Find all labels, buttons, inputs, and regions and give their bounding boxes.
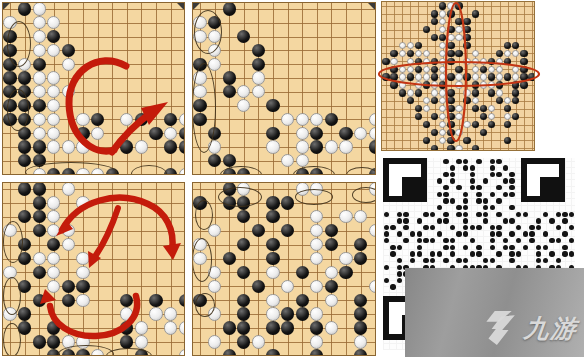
- white-stone: [47, 210, 60, 223]
- qr-module: [470, 238, 475, 243]
- white-stone: [47, 85, 60, 98]
- white-stone: [310, 335, 323, 348]
- qr-module: [523, 212, 528, 217]
- qr-module: [443, 245, 448, 250]
- black-stone: [431, 34, 438, 41]
- white-stone: [237, 85, 250, 98]
- black-stone: [431, 66, 438, 73]
- black-stone: [447, 89, 454, 96]
- black-stone: [439, 2, 446, 9]
- grid-line: [98, 3, 99, 174]
- white-stone: [179, 113, 186, 126]
- qr-module: [423, 225, 428, 230]
- black-stone: [281, 224, 294, 237]
- qr-module: [450, 172, 455, 177]
- black-stone: [47, 335, 60, 348]
- white-stone: [47, 99, 60, 112]
- qr-module: [496, 185, 501, 190]
- white-stone: [439, 121, 446, 128]
- go-board-quadrant-bottom-right: [192, 182, 376, 356]
- black-stone: [496, 97, 503, 104]
- watermark-band: 九游: [405, 268, 584, 357]
- group-ellipse-annotation: [218, 187, 262, 207]
- black-stone: [223, 85, 236, 98]
- black-stone: [439, 81, 446, 88]
- qr-module: [450, 238, 455, 243]
- white-stone: [431, 89, 438, 96]
- white-stone: [47, 127, 60, 140]
- black-stone: [455, 2, 462, 9]
- white-stone: [455, 145, 462, 151]
- black-stone: [91, 113, 104, 126]
- black-stone: [431, 113, 438, 120]
- qr-module: [397, 245, 402, 250]
- black-stone: [472, 10, 479, 17]
- black-stone: [339, 266, 352, 279]
- black-stone: [455, 50, 462, 57]
- white-stone: [47, 113, 60, 126]
- white-stone: [135, 140, 148, 153]
- qr-module: [556, 212, 561, 217]
- qr-module: [463, 212, 468, 217]
- grid-line: [193, 92, 375, 93]
- black-stone: [33, 99, 46, 112]
- white-stone: [310, 210, 323, 223]
- qr-module: [509, 218, 514, 223]
- black-stone: [354, 252, 367, 265]
- white-stone: [439, 18, 446, 25]
- white-stone: [455, 113, 462, 120]
- black-stone: [390, 66, 397, 73]
- qr-module: [463, 159, 468, 164]
- black-stone: [504, 137, 511, 144]
- black-stone: [237, 266, 250, 279]
- black-stone: [149, 127, 162, 140]
- white-stone: [208, 335, 221, 348]
- qr-module: [503, 218, 508, 223]
- black-stone: [325, 113, 338, 126]
- qr-module: [490, 245, 495, 250]
- black-stone: [120, 335, 133, 348]
- qr-module: [470, 165, 475, 170]
- group-ellipse-annotation: [7, 89, 29, 131]
- qr-module: [437, 192, 442, 197]
- qr-module: [463, 258, 468, 263]
- white-stone: [252, 71, 265, 84]
- black-stone: [18, 154, 31, 167]
- white-stone: [415, 73, 422, 80]
- white-stone: [488, 105, 495, 112]
- group-ellipse-annotation: [352, 187, 376, 203]
- qr-module: [463, 198, 468, 203]
- black-stone: [407, 50, 414, 57]
- group-ellipse-annotation: [192, 238, 212, 282]
- white-stone: [33, 16, 46, 29]
- white-stone: [76, 140, 89, 153]
- qr-module: [543, 245, 548, 250]
- black-stone: [488, 73, 495, 80]
- nine-game-logo-icon: [479, 309, 519, 347]
- white-stone: [47, 224, 60, 237]
- white-stone: [455, 129, 462, 136]
- black-stone: [252, 44, 265, 57]
- go-board-quadrant-top-right: [192, 2, 376, 175]
- group-ellipse-annotation: [131, 165, 167, 175]
- white-stone: [91, 127, 104, 140]
- qr-module: [536, 245, 541, 250]
- white-stone: [120, 307, 133, 320]
- qr-module: [443, 185, 448, 190]
- qr-module: [509, 245, 514, 250]
- black-stone: [179, 140, 186, 153]
- black-stone: [164, 113, 177, 126]
- black-stone: [18, 2, 31, 15]
- qr-module: [443, 159, 448, 164]
- qr-module: [443, 258, 448, 263]
- qr-module: [490, 205, 495, 210]
- qr-module: [549, 238, 554, 243]
- black-stone: [431, 18, 438, 25]
- qr-module: [463, 231, 468, 236]
- group-ellipse-annotation: [195, 200, 213, 230]
- black-stone: [480, 105, 487, 112]
- qr-module: [397, 212, 402, 217]
- grid-line: [112, 183, 113, 355]
- qr-module: [476, 245, 481, 250]
- black-stone: [488, 89, 495, 96]
- grid-line: [3, 342, 184, 343]
- qr-module: [403, 212, 408, 217]
- white-stone: [455, 73, 462, 80]
- white-stone: [399, 50, 406, 57]
- black-stone: [504, 121, 511, 128]
- white-stone: [447, 2, 454, 9]
- black-stone: [310, 349, 323, 356]
- black-stone: [33, 182, 46, 195]
- qr-module: [503, 192, 508, 197]
- black-stone: [520, 66, 527, 73]
- qr-module: [556, 258, 561, 263]
- white-stone: [76, 252, 89, 265]
- white-stone: [407, 66, 414, 73]
- black-stone: [447, 26, 454, 33]
- white-stone: [439, 50, 446, 57]
- white-stone: [339, 252, 352, 265]
- black-stone: [382, 73, 389, 80]
- black-stone: [296, 294, 309, 307]
- white-stone: [480, 81, 487, 88]
- qr-module: [450, 165, 455, 170]
- black-stone: [423, 26, 430, 33]
- grid-line: [156, 183, 157, 355]
- grid-line: [98, 183, 99, 355]
- white-stone: [47, 266, 60, 279]
- go-board-quadrant-bottom-left: [2, 182, 185, 356]
- white-stone: [512, 73, 519, 80]
- group-ellipse-annotation: [293, 166, 335, 175]
- black-stone: [266, 127, 279, 140]
- black-stone: [237, 335, 250, 348]
- black-stone: [266, 252, 279, 265]
- black-stone: [33, 196, 46, 209]
- black-stone: [325, 238, 338, 251]
- group-ellipse-annotation: [3, 277, 21, 315]
- qr-module: [516, 225, 521, 230]
- qr-module: [430, 238, 435, 243]
- grid-line: [156, 3, 157, 174]
- qr-module: [470, 172, 475, 177]
- black-stone: [266, 99, 279, 112]
- black-stone: [463, 18, 470, 25]
- black-stone: [512, 89, 519, 96]
- white-stone: [266, 294, 279, 307]
- black-stone: [520, 58, 527, 65]
- white-stone: [407, 89, 414, 96]
- qr-module: [509, 258, 514, 263]
- grid-line: [193, 78, 375, 79]
- black-stone: [18, 210, 31, 223]
- black-stone: [120, 294, 133, 307]
- screenshot-canvas: 九游: [0, 0, 584, 357]
- qr-module: [410, 231, 415, 236]
- white-stone: [310, 113, 323, 126]
- white-stone: [179, 168, 186, 175]
- qr-module: [390, 245, 395, 250]
- black-stone: [480, 129, 487, 136]
- qr-module: [569, 251, 574, 256]
- black-stone: [407, 73, 414, 80]
- qr-module: [483, 178, 488, 183]
- white-stone: [33, 127, 46, 140]
- qr-module: [516, 251, 521, 256]
- black-stone: [354, 307, 367, 320]
- black-stone: [310, 321, 323, 334]
- black-stone: [325, 224, 338, 237]
- qr-module: [536, 258, 541, 263]
- black-stone: [512, 81, 519, 88]
- white-stone: [369, 280, 377, 293]
- qr-module: [456, 205, 461, 210]
- qr-module: [516, 212, 521, 217]
- black-stone: [504, 42, 511, 49]
- white-stone: [310, 224, 323, 237]
- white-stone: [47, 280, 60, 293]
- black-stone: [33, 210, 46, 223]
- qr-module: [450, 225, 455, 230]
- white-stone: [76, 113, 89, 126]
- white-stone: [399, 73, 406, 80]
- white-stone: [62, 85, 75, 98]
- black-stone: [504, 73, 511, 80]
- white-stone: [472, 66, 479, 73]
- qr-module: [437, 251, 442, 256]
- white-stone: [47, 44, 60, 57]
- qr-module: [476, 225, 481, 230]
- black-stone: [149, 294, 162, 307]
- white-stone: [415, 50, 422, 57]
- qr-module: [483, 258, 488, 263]
- white-stone: [480, 73, 487, 80]
- black-stone: [339, 127, 352, 140]
- black-stone: [512, 97, 519, 104]
- black-stone: [18, 71, 31, 84]
- grid-line: [382, 140, 534, 141]
- qr-module: [437, 178, 442, 183]
- black-stone: [399, 89, 406, 96]
- white-stone: [62, 224, 75, 237]
- white-stone: [164, 127, 177, 140]
- qr-module: [443, 218, 448, 223]
- white-stone: [354, 127, 367, 140]
- white-stone: [423, 58, 430, 65]
- qr-module: [496, 212, 501, 217]
- grid-line: [193, 9, 375, 10]
- white-stone: [399, 42, 406, 49]
- black-stone: [223, 321, 236, 334]
- black-stone: [62, 280, 75, 293]
- black-stone: [237, 294, 250, 307]
- black-stone: [369, 140, 377, 153]
- white-stone: [237, 99, 250, 112]
- white-stone: [339, 140, 352, 153]
- black-stone: [520, 73, 527, 80]
- white-stone: [369, 113, 377, 126]
- black-stone: [447, 42, 454, 49]
- black-stone: [415, 105, 422, 112]
- black-stone: [266, 321, 279, 334]
- qr-module: [443, 172, 448, 177]
- qr-module: [450, 251, 455, 256]
- white-stone: [439, 105, 446, 112]
- white-stone: [252, 85, 265, 98]
- qr-module: [463, 192, 468, 197]
- black-stone: [463, 42, 470, 49]
- black-stone: [281, 196, 294, 209]
- grid-line: [361, 3, 362, 174]
- black-stone: [252, 280, 265, 293]
- qr-module: [456, 212, 461, 217]
- black-stone: [325, 280, 338, 293]
- black-stone: [431, 129, 438, 136]
- white-stone: [439, 42, 446, 49]
- black-stone: [431, 73, 438, 80]
- qr-module: [503, 178, 508, 183]
- black-stone: [18, 307, 31, 320]
- black-stone: [354, 238, 367, 251]
- black-stone: [480, 113, 487, 120]
- white-stone: [62, 238, 75, 251]
- black-stone: [33, 58, 46, 71]
- qr-module: [437, 231, 442, 236]
- white-stone: [120, 113, 133, 126]
- black-stone: [76, 280, 89, 293]
- black-stone: [33, 140, 46, 153]
- white-stone: [325, 266, 338, 279]
- qr-module: [384, 265, 389, 270]
- group-ellipse-annotation: [192, 63, 216, 153]
- white-stone: [310, 280, 323, 293]
- white-stone: [472, 50, 479, 57]
- black-stone: [237, 307, 250, 320]
- grid-line: [193, 189, 375, 190]
- group-ellipse-annotation: [25, 162, 117, 175]
- qr-module: [529, 225, 534, 230]
- qr-module: [450, 198, 455, 203]
- qr-module: [410, 258, 415, 263]
- black-stone: [431, 58, 438, 65]
- qr-module: [397, 231, 402, 236]
- black-stone: [237, 30, 250, 43]
- qr-module: [509, 178, 514, 183]
- qr-module: [430, 212, 435, 217]
- white-stone: [496, 89, 503, 96]
- qr-module: [543, 258, 548, 263]
- black-stone: [496, 81, 503, 88]
- white-stone: [296, 140, 309, 153]
- black-stone: [266, 210, 279, 223]
- qr-module: [384, 212, 389, 217]
- qr-module: [543, 231, 548, 236]
- qr-module: [562, 251, 567, 256]
- white-stone: [339, 210, 352, 223]
- qr-module: [417, 251, 422, 256]
- white-stone: [266, 140, 279, 153]
- white-stone: [439, 58, 446, 65]
- black-stone: [472, 105, 479, 112]
- white-stone: [296, 127, 309, 140]
- qr-module: [476, 185, 481, 190]
- white-stone: [369, 224, 377, 237]
- qr-module: [490, 165, 495, 170]
- black-stone: [488, 58, 495, 65]
- group-ellipse-annotation: [295, 189, 333, 205]
- black-stone: [504, 58, 511, 65]
- white-stone: [62, 58, 75, 71]
- black-stone: [120, 140, 133, 153]
- white-stone: [472, 58, 479, 65]
- black-stone: [431, 97, 438, 104]
- group-ellipse-annotation: [220, 166, 262, 175]
- white-stone: [179, 321, 186, 334]
- qr-module: [496, 251, 501, 256]
- black-stone: [76, 127, 89, 140]
- black-stone: [431, 10, 438, 17]
- qr-module: [450, 178, 455, 183]
- black-stone: [18, 140, 31, 153]
- white-stone: [33, 44, 46, 57]
- qr-module: [403, 218, 408, 223]
- qr-module: [456, 185, 461, 190]
- black-stone: [415, 89, 422, 96]
- qr-module: [536, 251, 541, 256]
- white-stone: [472, 73, 479, 80]
- black-stone: [463, 26, 470, 33]
- qr-module: [437, 205, 442, 210]
- qr-module: [509, 192, 514, 197]
- qr-module: [509, 251, 514, 256]
- qr-module: [476, 159, 481, 164]
- black-stone: [208, 154, 221, 167]
- go-board-quadrant-top-left: [2, 2, 185, 175]
- qr-module: [390, 225, 395, 230]
- qr-module: [509, 172, 514, 177]
- qr-module: [456, 159, 461, 164]
- black-stone: [447, 145, 454, 151]
- black-stone: [463, 34, 470, 41]
- qr-module: [549, 218, 554, 223]
- black-stone: [472, 89, 479, 96]
- black-stone: [407, 97, 414, 104]
